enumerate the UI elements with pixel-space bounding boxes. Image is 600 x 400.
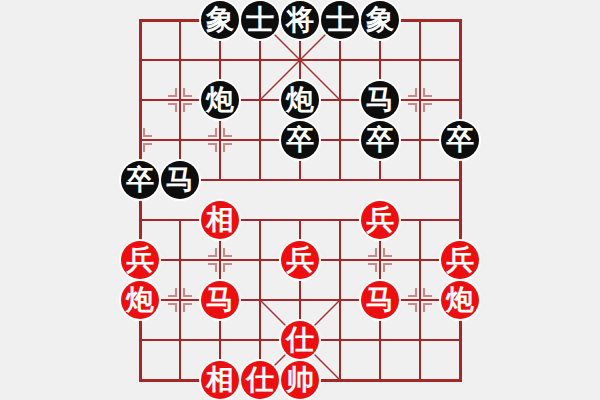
piece-black-elephant[interactable]: 象 bbox=[361, 1, 399, 39]
piece-black-horse[interactable]: 马 bbox=[161, 161, 199, 199]
position-marker bbox=[408, 288, 416, 296]
piece-red-soldier[interactable]: 兵 bbox=[441, 241, 479, 279]
position-marker bbox=[184, 104, 192, 112]
position-marker bbox=[224, 144, 232, 152]
piece-black-soldier[interactable]: 卒 bbox=[121, 161, 159, 199]
piece-red-soldier[interactable]: 兵 bbox=[361, 201, 399, 239]
position-marker bbox=[408, 304, 416, 312]
position-marker bbox=[424, 88, 432, 96]
piece-black-cannon[interactable]: 炮 bbox=[281, 81, 319, 119]
piece-black-general[interactable]: 将 bbox=[281, 1, 319, 39]
position-marker bbox=[408, 104, 416, 112]
position-marker bbox=[424, 304, 432, 312]
position-marker bbox=[184, 88, 192, 96]
position-marker bbox=[224, 128, 232, 136]
position-marker bbox=[208, 144, 216, 152]
position-marker bbox=[384, 264, 392, 272]
position-marker bbox=[168, 288, 176, 296]
piece-red-cannon[interactable]: 炮 bbox=[121, 281, 159, 319]
piece-black-soldier[interactable]: 卒 bbox=[361, 121, 399, 159]
position-marker bbox=[168, 88, 176, 96]
piece-red-general[interactable]: 帅 bbox=[281, 361, 319, 399]
piece-red-cannon[interactable]: 炮 bbox=[441, 281, 479, 319]
position-marker bbox=[144, 128, 152, 136]
position-marker bbox=[168, 104, 176, 112]
piece-red-advisor[interactable]: 仕 bbox=[241, 361, 279, 399]
piece-red-soldier[interactable]: 兵 bbox=[281, 241, 319, 279]
position-marker bbox=[208, 128, 216, 136]
position-marker bbox=[184, 288, 192, 296]
position-marker bbox=[224, 264, 232, 272]
position-marker bbox=[208, 248, 216, 256]
position-marker bbox=[144, 144, 152, 152]
position-marker bbox=[224, 248, 232, 256]
position-marker bbox=[384, 248, 392, 256]
piece-black-advisor[interactable]: 士 bbox=[241, 1, 279, 39]
position-marker bbox=[184, 304, 192, 312]
xiangqi-board-screen: 象士将士象炮炮马卒卒卒卒马相兵兵兵兵炮马马炮仕相仕帅 bbox=[0, 0, 600, 400]
position-marker bbox=[368, 248, 376, 256]
piece-black-advisor[interactable]: 士 bbox=[321, 1, 359, 39]
piece-red-horse[interactable]: 马 bbox=[201, 281, 239, 319]
piece-red-advisor[interactable]: 仕 bbox=[281, 321, 319, 359]
piece-red-horse[interactable]: 马 bbox=[361, 281, 399, 319]
position-marker bbox=[408, 88, 416, 96]
position-marker bbox=[208, 264, 216, 272]
position-marker bbox=[424, 288, 432, 296]
position-marker bbox=[368, 264, 376, 272]
piece-black-soldier[interactable]: 卒 bbox=[441, 121, 479, 159]
piece-red-elephant[interactable]: 相 bbox=[201, 361, 239, 399]
piece-black-horse[interactable]: 马 bbox=[361, 81, 399, 119]
piece-red-soldier[interactable]: 兵 bbox=[121, 241, 159, 279]
position-marker bbox=[168, 304, 176, 312]
piece-red-elephant[interactable]: 相 bbox=[201, 201, 239, 239]
position-marker bbox=[424, 104, 432, 112]
piece-black-cannon[interactable]: 炮 bbox=[201, 81, 239, 119]
piece-black-elephant[interactable]: 象 bbox=[201, 1, 239, 39]
piece-black-soldier[interactable]: 卒 bbox=[281, 121, 319, 159]
